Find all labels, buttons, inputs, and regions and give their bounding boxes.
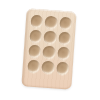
photo-background xyxy=(0,0,100,100)
pit-r1c2[interactable] xyxy=(45,16,58,29)
pit-r2c1[interactable] xyxy=(29,30,42,43)
pit-r1c3[interactable] xyxy=(59,17,72,30)
pit-r4c2[interactable] xyxy=(42,61,55,74)
pit-r3c1[interactable] xyxy=(28,45,41,58)
pit-r1c1[interactable] xyxy=(30,15,43,28)
pit-r3c2[interactable] xyxy=(43,46,56,59)
mancala-board xyxy=(21,8,76,89)
pit-r3c3[interactable] xyxy=(57,47,70,60)
pit-r2c3[interactable] xyxy=(58,32,71,45)
pit-r4c1[interactable] xyxy=(27,60,40,73)
pit-grid xyxy=(26,14,73,77)
pit-r2c2[interactable] xyxy=(44,31,57,44)
pit-r4c3[interactable] xyxy=(56,62,69,75)
